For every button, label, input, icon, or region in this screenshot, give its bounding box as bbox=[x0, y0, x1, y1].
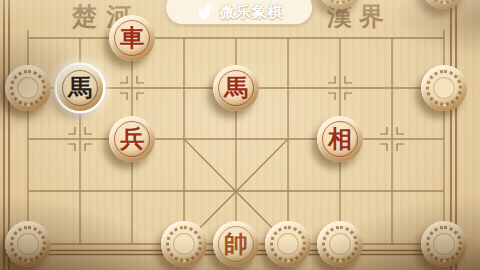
game-screen: 楚河 漢界 車馬馬兵相帥 微乐象棋 bbox=[0, 0, 480, 270]
piece-black-horse[interactable]: 馬 bbox=[57, 65, 103, 111]
hidden-piece-face bbox=[329, 233, 351, 255]
piece-hidden-piece[interactable] bbox=[5, 65, 51, 111]
piece-hidden-piece[interactable] bbox=[317, 221, 363, 267]
piece-hidden-piece[interactable] bbox=[161, 221, 207, 267]
hidden-piece-face bbox=[17, 233, 39, 255]
hidden-piece-face bbox=[277, 233, 299, 255]
hidden-piece-face bbox=[433, 233, 455, 255]
piece-red-horse[interactable]: 馬 bbox=[213, 65, 259, 111]
piece-glyph: 帥 bbox=[224, 221, 248, 267]
piece-glyph: 馬 bbox=[224, 65, 248, 111]
leaf-icon bbox=[195, 2, 217, 21]
piece-red-elephant[interactable]: 相 bbox=[317, 116, 363, 162]
piece-hidden-piece[interactable] bbox=[5, 221, 51, 267]
piece-red-general[interactable]: 帥 bbox=[213, 221, 259, 267]
xiangqi-board[interactable]: 車馬馬兵相帥 bbox=[0, 0, 480, 270]
piece-hidden-piece[interactable] bbox=[265, 221, 311, 267]
piece-red-chariot[interactable]: 車 bbox=[109, 15, 155, 61]
piece-glyph: 兵 bbox=[120, 116, 144, 162]
hidden-piece-face bbox=[433, 77, 455, 99]
hidden-piece-face bbox=[173, 233, 195, 255]
piece-glyph: 車 bbox=[120, 15, 144, 61]
piece-hidden-piece[interactable] bbox=[421, 221, 467, 267]
hidden-piece-face bbox=[17, 77, 39, 99]
app-logo: 微乐象棋 bbox=[165, 0, 313, 25]
piece-glyph: 相 bbox=[328, 116, 352, 162]
hidden-piece-ring bbox=[426, 0, 462, 4]
piece-glyph: 馬 bbox=[68, 65, 92, 111]
piece-hidden-piece[interactable] bbox=[421, 0, 467, 9]
app-logo-text: 微乐象棋 bbox=[220, 3, 284, 21]
piece-hidden-piece[interactable] bbox=[317, 0, 363, 9]
piece-red-soldier[interactable]: 兵 bbox=[109, 116, 155, 162]
piece-hidden-piece[interactable] bbox=[421, 65, 467, 111]
hidden-piece-ring bbox=[322, 0, 358, 4]
